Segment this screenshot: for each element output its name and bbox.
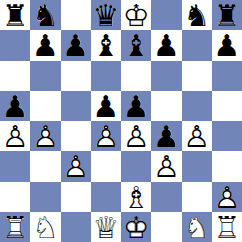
white-knight-icon: ♘ <box>30 213 60 242</box>
square-h1[interactable]: ♜♖ <box>212 212 242 242</box>
piece-black-rook[interactable]: ♖♜ <box>212 0 242 30</box>
square-d2[interactable] <box>91 182 121 212</box>
black-bishop-icon: ♝ <box>121 31 151 60</box>
black-pawn-icon: ♟ <box>61 31 91 60</box>
piece-white-knight[interactable]: ♞♘ <box>30 212 60 242</box>
square-g7[interactable] <box>182 30 212 60</box>
square-e7[interactable]: ♗♝ <box>121 30 151 60</box>
square-b1[interactable]: ♞♘ <box>30 212 60 242</box>
square-d3[interactable] <box>91 151 121 181</box>
piece-white-pawn[interactable]: ♟♙ <box>212 182 242 212</box>
square-f7[interactable]: ♙♟ <box>151 30 181 60</box>
square-g4[interactable]: ♟♙ <box>182 121 212 151</box>
square-c8[interactable] <box>61 0 91 30</box>
black-pawn-icon: ♟ <box>121 92 151 121</box>
white-bishop-icon: ♗ <box>121 183 151 212</box>
square-e2[interactable]: ♝♗ <box>121 182 151 212</box>
piece-black-rook[interactable]: ♖♜ <box>0 0 30 30</box>
piece-black-pawn[interactable]: ♙♟ <box>151 30 181 60</box>
square-d1[interactable]: ♛♕ <box>91 212 121 242</box>
piece-black-pawn[interactable]: ♙♟ <box>121 91 151 121</box>
black-rook-icon: ♜ <box>0 1 30 30</box>
piece-white-queen[interactable]: ♛♕ <box>91 212 121 242</box>
piece-white-pawn[interactable]: ♟♙ <box>151 151 181 181</box>
piece-black-knight[interactable]: ♘♞ <box>182 0 212 30</box>
piece-white-pawn[interactable]: ♟♙ <box>121 121 151 151</box>
square-h5[interactable] <box>212 91 242 121</box>
square-e5[interactable]: ♙♟ <box>121 91 151 121</box>
square-c7[interactable]: ♙♟ <box>61 30 91 60</box>
white-pawn-icon: ♙ <box>30 122 60 151</box>
black-pawn-icon: ♟ <box>151 31 181 60</box>
square-h8[interactable]: ♖♜ <box>212 0 242 30</box>
square-a3[interactable] <box>0 151 30 181</box>
piece-black-pawn[interactable]: ♙♟ <box>0 91 30 121</box>
black-pawn-icon: ♟ <box>151 122 181 151</box>
white-pawn-icon: ♙ <box>151 152 181 181</box>
square-a6[interactable] <box>0 61 30 91</box>
square-a1[interactable]: ♜♖ <box>0 212 30 242</box>
square-d7[interactable]: ♗♝ <box>91 30 121 60</box>
black-pawn-icon: ♟ <box>0 92 30 121</box>
square-f8[interactable] <box>151 0 181 30</box>
piece-black-bishop[interactable]: ♗♝ <box>121 30 151 60</box>
white-rook-icon: ♖ <box>0 213 30 242</box>
square-h4[interactable] <box>212 121 242 151</box>
piece-white-knight[interactable]: ♞♘ <box>182 212 212 242</box>
square-a2[interactable] <box>0 182 30 212</box>
white-pawn-icon: ♙ <box>212 183 242 212</box>
square-h2[interactable]: ♟♙ <box>212 182 242 212</box>
piece-white-bishop[interactable]: ♝♗ <box>121 182 151 212</box>
square-b6[interactable] <box>30 61 60 91</box>
square-f3[interactable]: ♟♙ <box>151 151 181 181</box>
white-king-icon: ♔ <box>121 1 151 30</box>
square-a7[interactable] <box>0 30 30 60</box>
white-knight-icon: ♘ <box>182 213 212 242</box>
square-e6[interactable] <box>121 61 151 91</box>
square-h7[interactable]: ♙♟ <box>212 30 242 60</box>
piece-black-pawn[interactable]: ♙♟ <box>61 30 91 60</box>
white-pawn-icon: ♙ <box>91 122 121 151</box>
square-c6[interactable] <box>61 61 91 91</box>
square-e3[interactable] <box>121 151 151 181</box>
piece-white-pawn[interactable]: ♟♙ <box>91 121 121 151</box>
square-f2[interactable] <box>151 182 181 212</box>
black-queen-icon: ♛ <box>91 1 121 30</box>
square-b5[interactable] <box>30 91 60 121</box>
square-h6[interactable] <box>212 61 242 91</box>
square-c2[interactable] <box>61 182 91 212</box>
piece-black-pawn[interactable]: ♙♟ <box>91 91 121 121</box>
square-c3[interactable]: ♟♙ <box>61 151 91 181</box>
square-g8[interactable]: ♘♞ <box>182 0 212 30</box>
white-rook-icon: ♖ <box>212 213 242 242</box>
square-g2[interactable] <box>182 182 212 212</box>
square-b3[interactable] <box>30 151 60 181</box>
square-f5[interactable] <box>151 91 181 121</box>
square-e4[interactable]: ♟♙ <box>121 121 151 151</box>
piece-white-rook[interactable]: ♜♖ <box>212 212 242 242</box>
square-a5[interactable]: ♙♟ <box>0 91 30 121</box>
black-pawn-icon: ♟ <box>91 92 121 121</box>
square-d5[interactable]: ♙♟ <box>91 91 121 121</box>
piece-white-king[interactable]: ♚♔ <box>121 0 151 30</box>
white-pawn-icon: ♙ <box>121 122 151 151</box>
piece-white-pawn[interactable]: ♟♙ <box>182 121 212 151</box>
square-g3[interactable] <box>182 151 212 181</box>
piece-white-pawn[interactable]: ♟♙ <box>30 121 60 151</box>
black-knight-icon: ♞ <box>182 1 212 30</box>
square-b2[interactable] <box>30 182 60 212</box>
square-g5[interactable] <box>182 91 212 121</box>
black-pawn-icon: ♟ <box>30 31 60 60</box>
square-f1[interactable] <box>151 212 181 242</box>
piece-black-pawn[interactable]: ♙♟ <box>151 121 181 151</box>
square-f6[interactable] <box>151 61 181 91</box>
square-e8[interactable]: ♚♔ <box>121 0 151 30</box>
square-b7[interactable]: ♙♟ <box>30 30 60 60</box>
square-f4[interactable]: ♙♟ <box>151 121 181 151</box>
square-g1[interactable]: ♞♘ <box>182 212 212 242</box>
white-pawn-icon: ♙ <box>61 152 91 181</box>
black-bishop-icon: ♝ <box>91 31 121 60</box>
piece-black-bishop[interactable]: ♗♝ <box>91 30 121 60</box>
piece-black-pawn[interactable]: ♙♟ <box>30 30 60 60</box>
black-pawn-icon: ♟ <box>212 31 242 60</box>
square-e1[interactable]: ♚♔ <box>121 212 151 242</box>
piece-black-pawn[interactable]: ♙♟ <box>212 30 242 60</box>
white-pawn-icon: ♙ <box>182 122 212 151</box>
square-a8[interactable]: ♖♜ <box>0 0 30 30</box>
piece-white-pawn[interactable]: ♟♙ <box>61 151 91 181</box>
square-d6[interactable] <box>91 61 121 91</box>
white-king-icon: ♔ <box>121 213 151 242</box>
white-queen-icon: ♕ <box>91 213 121 242</box>
black-knight-icon: ♞ <box>30 1 60 30</box>
piece-white-pawn[interactable]: ♟♙ <box>0 121 30 151</box>
piece-black-knight[interactable]: ♘♞ <box>30 0 60 30</box>
piece-black-queen[interactable]: ♕♛ <box>91 0 121 30</box>
square-h3[interactable] <box>212 151 242 181</box>
white-pawn-icon: ♙ <box>0 122 30 151</box>
square-d8[interactable]: ♕♛ <box>91 0 121 30</box>
square-c5[interactable] <box>61 91 91 121</box>
square-g6[interactable] <box>182 61 212 91</box>
piece-white-rook[interactable]: ♜♖ <box>0 212 30 242</box>
chess-board[interactable]: ♖♜♘♞♕♛♚♔♘♞♖♜♙♟♙♟♗♝♗♝♙♟♙♟♙♟♙♟♙♟♟♙♟♙♟♙♟♙♙♟… <box>0 0 242 242</box>
square-d4[interactable]: ♟♙ <box>91 121 121 151</box>
square-b4[interactable]: ♟♙ <box>30 121 60 151</box>
black-rook-icon: ♜ <box>212 1 242 30</box>
square-b8[interactable]: ♘♞ <box>30 0 60 30</box>
square-c1[interactable] <box>61 212 91 242</box>
square-c4[interactable] <box>61 121 91 151</box>
square-a4[interactable]: ♟♙ <box>0 121 30 151</box>
piece-white-king[interactable]: ♚♔ <box>121 212 151 242</box>
